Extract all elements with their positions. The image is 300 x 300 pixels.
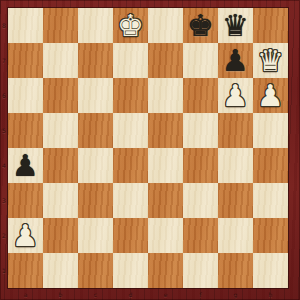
square-a3[interactable] (8, 183, 43, 218)
rank-label-6: 6 (0, 78, 8, 113)
square-a5[interactable] (8, 113, 43, 148)
square-e8[interactable] (148, 8, 183, 43)
square-c5[interactable] (78, 113, 113, 148)
black-king: ♚ (183, 8, 218, 43)
file-label-d: d (113, 288, 148, 300)
square-c1[interactable] (78, 253, 113, 288)
square-e4[interactable] (148, 148, 183, 183)
file-label-a: a (8, 288, 43, 300)
file-label-h: h (253, 288, 288, 300)
square-d6[interactable] (113, 78, 148, 113)
square-c6[interactable] (78, 78, 113, 113)
white-queen: ♛ (253, 43, 288, 78)
rank-label-1: 1 (0, 253, 8, 288)
square-a1[interactable] (8, 253, 43, 288)
black-queen: ♛ (218, 8, 253, 43)
square-g2[interactable] (218, 218, 253, 253)
chess-board-frame: ♚♚♛♟♛♟♟♟♟ 87654321 abcdefgh (0, 0, 300, 300)
white-pawn: ♟ (218, 78, 253, 113)
square-e6[interactable] (148, 78, 183, 113)
square-g8[interactable]: ♛ (218, 8, 253, 43)
square-a6[interactable] (8, 78, 43, 113)
file-label-e: e (148, 288, 183, 300)
square-e1[interactable] (148, 253, 183, 288)
square-c2[interactable] (78, 218, 113, 253)
square-g6[interactable]: ♟ (218, 78, 253, 113)
rank-labels: 87654321 (0, 8, 8, 288)
file-label-b: b (43, 288, 78, 300)
square-f8[interactable]: ♚ (183, 8, 218, 43)
square-b4[interactable] (43, 148, 78, 183)
square-h2[interactable] (253, 218, 288, 253)
square-e2[interactable] (148, 218, 183, 253)
square-c7[interactable] (78, 43, 113, 78)
rank-label-4: 4 (0, 148, 8, 183)
square-c3[interactable] (78, 183, 113, 218)
file-label-c: c (78, 288, 113, 300)
square-d5[interactable] (113, 113, 148, 148)
rank-label-2: 2 (0, 218, 8, 253)
square-h6[interactable]: ♟ (253, 78, 288, 113)
square-e7[interactable] (148, 43, 183, 78)
square-f4[interactable] (183, 148, 218, 183)
chess-board: ♚♚♛♟♛♟♟♟♟ (8, 8, 288, 288)
square-h1[interactable] (253, 253, 288, 288)
square-d1[interactable] (113, 253, 148, 288)
square-h3[interactable] (253, 183, 288, 218)
square-a2[interactable]: ♟ (8, 218, 43, 253)
rank-label-5: 5 (0, 113, 8, 148)
square-d2[interactable] (113, 218, 148, 253)
square-a4[interactable]: ♟ (8, 148, 43, 183)
rank-label-7: 7 (0, 43, 8, 78)
black-pawn: ♟ (218, 43, 253, 78)
square-g1[interactable] (218, 253, 253, 288)
square-f1[interactable] (183, 253, 218, 288)
square-e5[interactable] (148, 113, 183, 148)
file-labels: abcdefgh (8, 288, 288, 300)
square-d3[interactable] (113, 183, 148, 218)
square-b8[interactable] (43, 8, 78, 43)
square-b3[interactable] (43, 183, 78, 218)
square-f5[interactable] (183, 113, 218, 148)
square-d4[interactable] (113, 148, 148, 183)
square-b1[interactable] (43, 253, 78, 288)
rank-label-3: 3 (0, 183, 8, 218)
square-d7[interactable] (113, 43, 148, 78)
white-king: ♚ (113, 8, 148, 43)
square-h7[interactable]: ♛ (253, 43, 288, 78)
square-f6[interactable] (183, 78, 218, 113)
square-c4[interactable] (78, 148, 113, 183)
white-pawn: ♟ (253, 78, 288, 113)
square-a8[interactable] (8, 8, 43, 43)
square-b6[interactable] (43, 78, 78, 113)
square-b5[interactable] (43, 113, 78, 148)
square-b2[interactable] (43, 218, 78, 253)
square-h4[interactable] (253, 148, 288, 183)
square-c8[interactable] (78, 8, 113, 43)
square-f2[interactable] (183, 218, 218, 253)
rank-label-8: 8 (0, 8, 8, 43)
file-label-g: g (218, 288, 253, 300)
square-d8[interactable]: ♚ (113, 8, 148, 43)
square-g3[interactable] (218, 183, 253, 218)
square-f7[interactable] (183, 43, 218, 78)
square-g7[interactable]: ♟ (218, 43, 253, 78)
square-a7[interactable] (8, 43, 43, 78)
black-pawn: ♟ (8, 148, 43, 183)
square-g4[interactable] (218, 148, 253, 183)
square-e3[interactable] (148, 183, 183, 218)
file-label-f: f (183, 288, 218, 300)
square-b7[interactable] (43, 43, 78, 78)
square-f3[interactable] (183, 183, 218, 218)
square-h8[interactable] (253, 8, 288, 43)
square-g5[interactable] (218, 113, 253, 148)
square-h5[interactable] (253, 113, 288, 148)
white-pawn: ♟ (8, 218, 43, 253)
